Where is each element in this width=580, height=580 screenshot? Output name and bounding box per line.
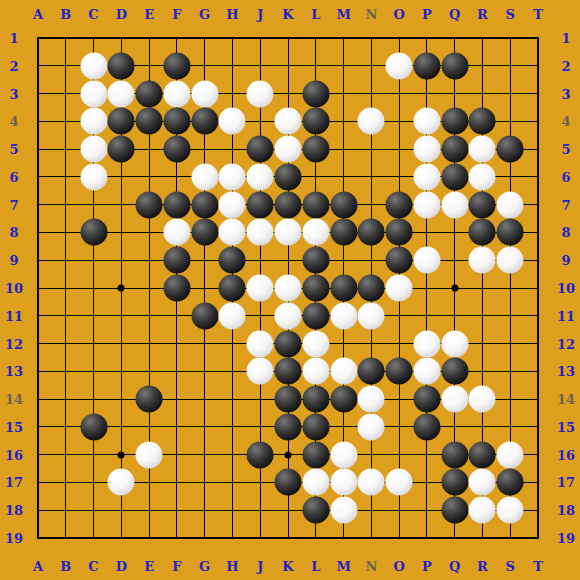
black-stone-M10 (330, 275, 357, 302)
black-stone-J7 (247, 191, 274, 218)
coord-label-top-Q: Q (449, 8, 460, 21)
coord-label-bottom-O: O (393, 560, 404, 573)
black-stone-O13 (386, 358, 413, 385)
black-stone-K12 (275, 330, 302, 357)
black-stone-P15 (413, 413, 440, 440)
black-stone-H10 (219, 275, 246, 302)
black-stone-S5 (497, 136, 524, 163)
coord-label-top-H: H (226, 8, 238, 21)
coord-label-left-7: 7 (9, 198, 18, 211)
coord-label-right-6: 6 (561, 170, 570, 183)
black-stone-F9 (163, 247, 190, 274)
white-stone-J6 (247, 163, 274, 190)
black-stone-Q13 (441, 358, 468, 385)
star-point-Q10 (451, 285, 458, 292)
white-stone-G6 (191, 163, 218, 190)
black-stone-M8 (330, 219, 357, 246)
white-stone-N4 (358, 108, 385, 135)
black-stone-L4 (302, 108, 329, 135)
black-stone-J16 (247, 441, 274, 468)
coord-label-right-18: 18 (557, 504, 575, 517)
coord-label-right-12: 12 (557, 337, 575, 350)
black-stone-R8 (469, 219, 496, 246)
white-stone-C2 (80, 52, 107, 79)
go-board[interactable]: AABBCCDDEEFFGGHHJJKKLLMMNNOOPPQQRRSSTT11… (0, 0, 580, 580)
black-stone-L10 (302, 275, 329, 302)
white-stone-R5 (469, 136, 496, 163)
white-stone-D17 (108, 469, 135, 496)
white-stone-K10 (275, 275, 302, 302)
coord-label-right-8: 8 (561, 226, 570, 239)
black-stone-M7 (330, 191, 357, 218)
black-stone-G8 (191, 219, 218, 246)
coord-label-left-16: 16 (5, 448, 23, 461)
white-stone-P4 (413, 108, 440, 135)
coord-label-right-15: 15 (557, 420, 575, 433)
white-stone-C6 (80, 163, 107, 190)
coord-label-top-T: T (533, 8, 543, 21)
black-stone-Q17 (441, 469, 468, 496)
white-stone-R9 (469, 247, 496, 274)
white-stone-P7 (413, 191, 440, 218)
coord-label-right-16: 16 (557, 448, 575, 461)
coord-label-right-14: 14 (557, 393, 575, 406)
grid-line-vertical (537, 37, 539, 539)
white-stone-Q14 (441, 386, 468, 413)
white-stone-P12 (413, 330, 440, 357)
coord-label-bottom-N: N (365, 560, 377, 573)
black-stone-K13 (275, 358, 302, 385)
grid-line-horizontal (37, 537, 539, 539)
coord-label-bottom-H: H (226, 560, 238, 573)
white-stone-K5 (275, 136, 302, 163)
coord-label-top-F: F (172, 8, 181, 21)
white-stone-J8 (247, 219, 274, 246)
coord-label-bottom-F: F (172, 560, 181, 573)
black-stone-Q16 (441, 441, 468, 468)
black-stone-N8 (358, 219, 385, 246)
white-stone-M11 (330, 302, 357, 329)
black-stone-N10 (358, 275, 385, 302)
coord-label-left-19: 19 (5, 532, 23, 545)
black-stone-F7 (163, 191, 190, 218)
coord-label-bottom-M: M (336, 560, 350, 573)
white-stone-P6 (413, 163, 440, 190)
white-stone-M18 (330, 497, 357, 524)
white-stone-M13 (330, 358, 357, 385)
black-stone-F2 (163, 52, 190, 79)
black-stone-M14 (330, 386, 357, 413)
coord-label-left-9: 9 (9, 254, 18, 267)
white-stone-S9 (497, 247, 524, 274)
black-stone-E14 (136, 386, 163, 413)
black-stone-L15 (302, 413, 329, 440)
coord-label-left-14: 14 (5, 393, 23, 406)
white-stone-K4 (275, 108, 302, 135)
white-stone-J13 (247, 358, 274, 385)
white-stone-K11 (275, 302, 302, 329)
coord-label-top-S: S (506, 8, 515, 21)
black-stone-K15 (275, 413, 302, 440)
coord-label-right-2: 2 (561, 59, 570, 72)
white-stone-P9 (413, 247, 440, 274)
coord-label-left-1: 1 (9, 32, 18, 45)
white-stone-P5 (413, 136, 440, 163)
white-stone-O10 (386, 275, 413, 302)
black-stone-H9 (219, 247, 246, 274)
white-stone-J10 (247, 275, 274, 302)
black-stone-E3 (136, 80, 163, 107)
coord-label-left-15: 15 (5, 420, 23, 433)
star-point-D16 (118, 451, 125, 458)
coord-label-left-13: 13 (5, 365, 23, 378)
black-stone-L11 (302, 302, 329, 329)
coord-label-top-L: L (311, 8, 320, 21)
white-stone-H8 (219, 219, 246, 246)
coord-label-left-3: 3 (9, 87, 18, 100)
coord-label-top-M: M (336, 8, 350, 21)
white-stone-H7 (219, 191, 246, 218)
black-stone-D4 (108, 108, 135, 135)
black-stone-K6 (275, 163, 302, 190)
coord-label-right-10: 10 (557, 282, 575, 295)
coord-label-right-7: 7 (561, 198, 570, 211)
black-stone-R7 (469, 191, 496, 218)
white-stone-E16 (136, 441, 163, 468)
white-stone-R17 (469, 469, 496, 496)
white-stone-R14 (469, 386, 496, 413)
black-stone-K17 (275, 469, 302, 496)
white-stone-M17 (330, 469, 357, 496)
white-stone-O17 (386, 469, 413, 496)
coord-label-right-11: 11 (557, 309, 575, 322)
black-stone-L7 (302, 191, 329, 218)
black-stone-Q5 (441, 136, 468, 163)
black-stone-R16 (469, 441, 496, 468)
coord-label-right-1: 1 (561, 32, 570, 45)
coord-label-top-N: N (365, 8, 377, 21)
white-stone-O2 (386, 52, 413, 79)
white-stone-N11 (358, 302, 385, 329)
star-point-K16 (285, 451, 292, 458)
white-stone-N14 (358, 386, 385, 413)
black-stone-S17 (497, 469, 524, 496)
black-stone-E4 (136, 108, 163, 135)
coord-label-left-6: 6 (9, 170, 18, 183)
white-stone-S18 (497, 497, 524, 524)
black-stone-Q6 (441, 163, 468, 190)
coord-label-left-2: 2 (9, 59, 18, 72)
black-stone-G11 (191, 302, 218, 329)
black-stone-O9 (386, 247, 413, 274)
coord-label-right-17: 17 (557, 476, 575, 489)
coord-label-bottom-P: P (422, 560, 432, 573)
coord-label-left-18: 18 (5, 504, 23, 517)
black-stone-Q4 (441, 108, 468, 135)
white-stone-S7 (497, 191, 524, 218)
coord-label-top-E: E (144, 8, 154, 21)
coord-label-bottom-G: G (199, 560, 210, 573)
black-stone-G7 (191, 191, 218, 218)
white-stone-R6 (469, 163, 496, 190)
coord-label-right-19: 19 (557, 532, 575, 545)
coord-label-top-C: C (88, 8, 98, 21)
coord-label-left-5: 5 (9, 143, 18, 156)
black-stone-K7 (275, 191, 302, 218)
white-stone-F8 (163, 219, 190, 246)
black-stone-D5 (108, 136, 135, 163)
coord-label-right-5: 5 (561, 143, 570, 156)
white-stone-R18 (469, 497, 496, 524)
coord-label-left-8: 8 (9, 226, 18, 239)
black-stone-L5 (302, 136, 329, 163)
black-stone-K14 (275, 386, 302, 413)
coord-label-bottom-A: A (33, 560, 43, 573)
coord-label-bottom-D: D (116, 560, 127, 573)
white-stone-Q12 (441, 330, 468, 357)
black-stone-C8 (80, 219, 107, 246)
black-stone-S8 (497, 219, 524, 246)
coord-label-top-K: K (282, 8, 293, 21)
black-stone-P14 (413, 386, 440, 413)
white-stone-L13 (302, 358, 329, 385)
black-stone-L9 (302, 247, 329, 274)
black-stone-J5 (247, 136, 274, 163)
coord-label-bottom-Q: Q (449, 560, 460, 573)
white-stone-C3 (80, 80, 107, 107)
coord-label-left-11: 11 (5, 309, 23, 322)
star-point-D10 (118, 285, 125, 292)
coord-label-bottom-T: T (533, 560, 543, 573)
black-stone-F4 (163, 108, 190, 135)
white-stone-M16 (330, 441, 357, 468)
black-stone-P2 (413, 52, 440, 79)
white-stone-N17 (358, 469, 385, 496)
white-stone-F3 (163, 80, 190, 107)
coord-label-left-17: 17 (5, 476, 23, 489)
coord-label-bottom-E: E (144, 560, 154, 573)
black-stone-G4 (191, 108, 218, 135)
coord-label-top-J: J (257, 8, 263, 21)
coord-label-bottom-J: J (257, 560, 263, 573)
black-stone-L18 (302, 497, 329, 524)
white-stone-C4 (80, 108, 107, 135)
white-stone-L17 (302, 469, 329, 496)
coord-label-right-4: 4 (561, 115, 570, 128)
coord-label-right-3: 3 (561, 87, 570, 100)
black-stone-C15 (80, 413, 107, 440)
black-stone-Q2 (441, 52, 468, 79)
black-stone-F10 (163, 275, 190, 302)
coord-label-bottom-R: R (477, 560, 488, 573)
white-stone-L12 (302, 330, 329, 357)
coord-label-top-R: R (477, 8, 488, 21)
white-stone-L8 (302, 219, 329, 246)
white-stone-K8 (275, 219, 302, 246)
coord-label-bottom-K: K (282, 560, 293, 573)
black-stone-O8 (386, 219, 413, 246)
white-stone-J3 (247, 80, 274, 107)
coord-label-bottom-L: L (311, 560, 320, 573)
coord-label-top-B: B (60, 8, 71, 21)
coord-label-bottom-B: B (60, 560, 71, 573)
black-stone-O7 (386, 191, 413, 218)
coord-label-top-D: D (116, 8, 127, 21)
black-stone-E7 (136, 191, 163, 218)
coord-label-bottom-C: C (88, 560, 98, 573)
white-stone-P13 (413, 358, 440, 385)
black-stone-L14 (302, 386, 329, 413)
white-stone-H6 (219, 163, 246, 190)
white-stone-N15 (358, 413, 385, 440)
black-stone-Q18 (441, 497, 468, 524)
coord-label-top-O: O (393, 8, 404, 21)
white-stone-C5 (80, 136, 107, 163)
coord-label-left-4: 4 (9, 115, 18, 128)
white-stone-S16 (497, 441, 524, 468)
black-stone-F5 (163, 136, 190, 163)
coord-label-top-G: G (199, 8, 210, 21)
white-stone-H11 (219, 302, 246, 329)
black-stone-L3 (302, 80, 329, 107)
black-stone-L16 (302, 441, 329, 468)
white-stone-D3 (108, 80, 135, 107)
coord-label-top-P: P (422, 8, 432, 21)
black-stone-N13 (358, 358, 385, 385)
white-stone-H4 (219, 108, 246, 135)
black-stone-R4 (469, 108, 496, 135)
coord-label-right-9: 9 (561, 254, 570, 267)
white-stone-J12 (247, 330, 274, 357)
coord-label-bottom-S: S (506, 560, 515, 573)
coord-label-right-13: 13 (557, 365, 575, 378)
white-stone-G3 (191, 80, 218, 107)
coord-label-left-10: 10 (5, 282, 23, 295)
coord-label-top-A: A (33, 8, 43, 21)
white-stone-Q7 (441, 191, 468, 218)
coord-label-left-12: 12 (5, 337, 23, 350)
black-stone-D2 (108, 52, 135, 79)
